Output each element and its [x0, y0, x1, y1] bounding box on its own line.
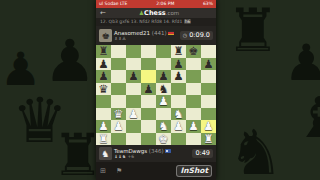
square-d5[interactable]: ♟ [141, 83, 156, 96]
square-f8[interactable]: ♜ [171, 45, 186, 58]
black-pawn: ♟ [128, 70, 138, 83]
decorative-rook-icon: ♜ [226, 0, 280, 60]
square-b4[interactable] [111, 95, 126, 108]
battery-indicator: 63% [203, 0, 213, 8]
bottom-player-flag-icon [165, 149, 171, 153]
square-h1[interactable]: ♜ [201, 133, 216, 146]
square-g6[interactable] [186, 70, 201, 83]
move-list-bar[interactable]: 12. Qb3 gxf6 13. Nfd2 Rfd8 14. Rfd1 h6 [96, 18, 216, 26]
square-a1[interactable]: ♜ [96, 133, 111, 146]
video-frame: ♟♟♛♜♜♟♝♞ ul Sodae LTE 2:06 PM 63% ← ♟Che… [0, 0, 320, 180]
top-player-avatar[interactable]: ♚ [99, 29, 112, 42]
square-h2[interactable]: ♟ [201, 120, 216, 133]
black-king: ♚ [188, 45, 198, 58]
clock-time: 2:06 PM [156, 0, 174, 8]
last-move-badge: h6 [184, 19, 192, 24]
top-captured-pieces: ♗♗♙ [114, 36, 174, 41]
black-queen: ♛ [98, 83, 108, 96]
square-h5[interactable] [201, 83, 216, 96]
white-pawn: ♟ [173, 120, 183, 133]
square-e4[interactable]: ♟ [156, 95, 171, 108]
bottom-player-clock: 0:49 [192, 149, 213, 158]
white-pawn: ♟ [98, 120, 108, 133]
logo-domain: .com [166, 10, 180, 16]
bottom-player-row: ♞ TeamDawgs (346) ♝♝♞ +6 0:49 [96, 145, 216, 162]
decorative-pawn-icon: ♟ [284, 38, 320, 88]
square-f6[interactable]: ♟ [171, 70, 186, 83]
square-d8[interactable] [141, 45, 156, 58]
square-a5[interactable]: ♛ [96, 83, 111, 96]
square-a6[interactable]: ♟ [96, 70, 111, 83]
decorative-bishop-icon: ♝ [294, 90, 320, 146]
decorative-knight-icon: ♞ [228, 122, 284, 180]
white-pawn: ♟ [158, 95, 168, 108]
square-b1[interactable] [111, 133, 126, 146]
square-a2[interactable]: ♟ [96, 120, 111, 133]
square-e2[interactable]: ♞ [156, 120, 171, 133]
square-h4[interactable] [201, 95, 216, 108]
square-g7[interactable] [186, 58, 201, 71]
black-rook: ♜ [98, 45, 108, 58]
square-e8[interactable] [156, 45, 171, 58]
white-pawn: ♟ [113, 120, 123, 133]
top-player-flag-icon [168, 31, 174, 35]
square-c2[interactable] [126, 120, 141, 133]
square-c3[interactable]: ♟ [126, 108, 141, 121]
white-rook: ♜ [98, 133, 108, 146]
square-g8[interactable]: ♚ [186, 45, 201, 58]
move-list: 12. Qb3 gxf6 13. Nfd2 Rfd8 14. Rfd1 [100, 19, 182, 24]
white-rook: ♜ [203, 133, 213, 146]
square-h6[interactable] [201, 70, 216, 83]
inshot-watermark: InShot [176, 165, 212, 177]
chess-board[interactable]: ♜♜♚♟♟♟♟♟♟♟♛♟♞♟♛♟♞♟♟♞♟♟♟♜♚♜ [96, 45, 216, 145]
phone-screen: ul Sodae LTE 2:06 PM 63% ← ♟Chess.com 12… [96, 0, 216, 180]
black-pawn: ♟ [143, 83, 153, 96]
bottom-captured-pieces: ♝♝♞ +6 [114, 154, 171, 159]
top-player-row: ♚ Anasomed21 (441) ♗♗♙ ◷ 0:09.0 [96, 26, 216, 45]
black-pawn: ♟ [158, 70, 168, 83]
square-e1[interactable]: ♚ [156, 133, 171, 146]
black-pawn: ♟ [98, 70, 108, 83]
white-pawn: ♟ [128, 108, 138, 121]
square-e6[interactable]: ♟ [156, 70, 171, 83]
square-f2[interactable]: ♟ [171, 120, 186, 133]
square-g2[interactable]: ♟ [186, 120, 201, 133]
square-a4[interactable] [96, 95, 111, 108]
square-g5[interactable] [186, 83, 201, 96]
top-player-clock: ◷ 0:09.0 [180, 31, 213, 40]
square-b5[interactable] [111, 83, 126, 96]
square-b2[interactable]: ♟ [111, 120, 126, 133]
white-king: ♚ [158, 133, 168, 146]
square-g1[interactable] [186, 133, 201, 146]
white-knight: ♞ [158, 120, 168, 133]
white-pawn: ♟ [203, 120, 213, 133]
square-b7[interactable] [111, 58, 126, 71]
square-d1[interactable] [141, 133, 156, 146]
square-h8[interactable] [201, 45, 216, 58]
square-f1[interactable] [171, 133, 186, 146]
square-g4[interactable] [186, 95, 201, 108]
white-pawn: ♟ [188, 120, 198, 133]
square-d7[interactable] [141, 58, 156, 71]
square-c4[interactable] [126, 95, 141, 108]
flag-icon[interactable]: ⚑ [116, 162, 122, 180]
square-c6[interactable]: ♟ [126, 70, 141, 83]
square-h7[interactable]: ♟ [201, 58, 216, 71]
black-rook: ♜ [173, 45, 183, 58]
grid-menu-icon[interactable]: ⊞ [100, 162, 106, 180]
square-b6[interactable] [111, 70, 126, 83]
square-c8[interactable] [126, 45, 141, 58]
material-advantage: +6 [128, 154, 135, 159]
carrier-label: ul Sodae LTE [99, 0, 127, 8]
square-f5[interactable] [171, 83, 186, 96]
logo-text: Chess [144, 9, 166, 17]
square-f4[interactable] [171, 95, 186, 108]
clock-icon: ◷ [183, 32, 187, 38]
square-d2[interactable] [141, 120, 156, 133]
black-pawn: ♟ [173, 70, 183, 83]
square-c1[interactable] [126, 133, 141, 146]
square-b8[interactable] [111, 45, 126, 58]
status-bar: ul Sodae LTE 2:06 PM 63% [96, 0, 216, 8]
bottom-player-avatar[interactable]: ♞ [99, 147, 112, 160]
black-pawn: ♟ [203, 58, 213, 71]
square-c5[interactable] [126, 83, 141, 96]
bottom-toolbar: ⊞ ⚑ InShot [96, 162, 216, 180]
app-header: ← ♟Chess.com [96, 8, 216, 18]
square-d4[interactable] [141, 95, 156, 108]
square-d3[interactable] [141, 108, 156, 121]
chesscom-logo: ♟Chess.com [106, 8, 212, 18]
square-a8[interactable]: ♜ [96, 45, 111, 58]
decorative-pawn-icon: ♟ [44, 32, 96, 90]
square-d6[interactable] [141, 70, 156, 83]
